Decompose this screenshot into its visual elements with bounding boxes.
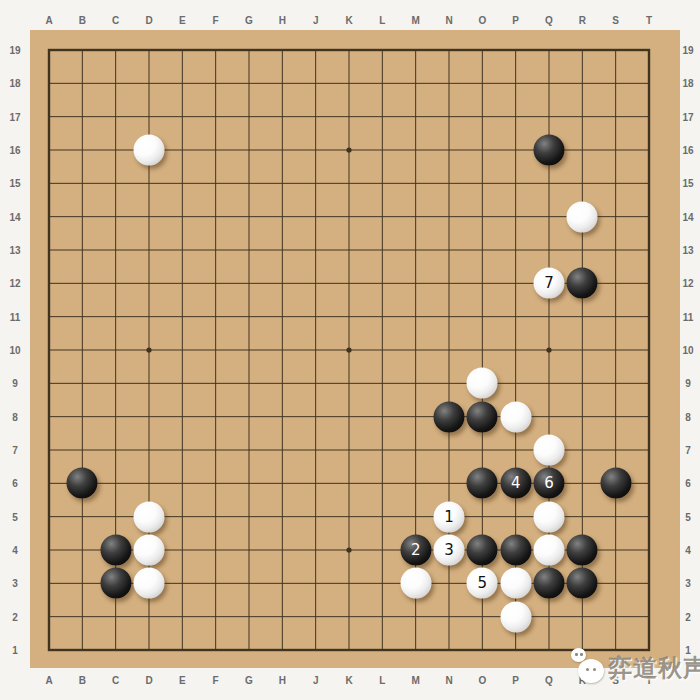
white-stone-N5: 1 (434, 501, 465, 532)
col-label-top-O: O (478, 15, 486, 26)
watermark-text: 弈道秋声 (608, 652, 700, 684)
row-label-right-3: 3 (685, 578, 691, 589)
white-stone-O9 (467, 368, 498, 399)
black-stone-M4: 2 (400, 535, 431, 566)
col-label-bottom-L: L (379, 675, 385, 686)
white-stone-Q7 (534, 435, 565, 466)
black-stone-Q6: 6 (534, 468, 565, 499)
col-label-top-P: P (512, 15, 519, 26)
black-stone-S6 (600, 468, 631, 499)
white-stone-P8 (500, 401, 531, 432)
col-label-top-G: G (245, 15, 253, 26)
col-label-top-K: K (345, 15, 352, 26)
black-stone-O8 (467, 401, 498, 432)
col-label-top-M: M (411, 15, 419, 26)
row-label-left-2: 2 (12, 611, 18, 622)
black-stone-O6 (467, 468, 498, 499)
col-label-top-S: S (612, 15, 619, 26)
white-stone-M3 (400, 568, 431, 599)
row-label-right-4: 4 (685, 545, 691, 556)
row-label-right-10: 10 (682, 345, 693, 356)
col-label-top-A: A (45, 15, 52, 26)
col-label-bottom-J: J (313, 675, 319, 686)
row-label-right-6: 6 (685, 478, 691, 489)
white-stone-Q12: 7 (534, 268, 565, 299)
white-stone-P3 (500, 568, 531, 599)
col-label-bottom-E: E (179, 675, 186, 686)
move-number-1: 1 (444, 509, 454, 524)
col-label-bottom-H: H (279, 675, 286, 686)
go-diagram-page: ABCDEFGHJKLMNOPQRST ABCDEFGHJKLMNOPQRST … (0, 0, 700, 700)
row-label-right-5: 5 (685, 511, 691, 522)
watermark: 弈道秋声 (570, 646, 700, 690)
col-label-bottom-Q: Q (545, 675, 553, 686)
row-label-left-17: 17 (9, 111, 20, 122)
row-label-left-15: 15 (9, 178, 20, 189)
col-label-top-H: H (279, 15, 286, 26)
wechat-bubble-big-icon (578, 659, 604, 683)
row-label-right-19: 19 (682, 45, 693, 56)
col-label-top-Q: Q (545, 15, 553, 26)
col-label-top-F: F (213, 15, 219, 26)
white-stone-N4: 3 (434, 535, 465, 566)
row-label-right-9: 9 (685, 378, 691, 389)
col-label-bottom-M: M (411, 675, 419, 686)
black-stone-Q3 (534, 568, 565, 599)
white-stone-D3 (134, 568, 165, 599)
row-label-right-17: 17 (682, 111, 693, 122)
row-label-left-7: 7 (12, 445, 18, 456)
row-label-right-14: 14 (682, 211, 693, 222)
row-label-left-12: 12 (9, 278, 20, 289)
col-label-bottom-O: O (478, 675, 486, 686)
black-stone-P6: 4 (500, 468, 531, 499)
col-label-top-T: T (646, 15, 652, 26)
col-label-bottom-K: K (345, 675, 352, 686)
col-label-bottom-A: A (45, 675, 52, 686)
row-label-left-3: 3 (12, 578, 18, 589)
row-label-left-5: 5 (12, 511, 18, 522)
row-label-right-7: 7 (685, 445, 691, 456)
row-label-left-13: 13 (9, 245, 20, 256)
black-stone-N8 (434, 401, 465, 432)
white-stone-P2 (500, 601, 531, 632)
row-label-left-9: 9 (12, 378, 18, 389)
move-number-7: 7 (544, 276, 554, 291)
black-stone-B6 (67, 468, 98, 499)
col-label-top-D: D (145, 15, 152, 26)
col-label-bottom-F: F (213, 675, 219, 686)
col-label-bottom-B: B (79, 675, 86, 686)
move-number-6: 6 (544, 476, 554, 491)
row-label-right-12: 12 (682, 278, 693, 289)
col-label-bottom-D: D (145, 675, 152, 686)
wechat-icon (570, 646, 608, 690)
move-number-2: 2 (411, 543, 421, 558)
row-label-left-6: 6 (12, 478, 18, 489)
white-stone-D16 (134, 135, 165, 166)
row-label-right-15: 15 (682, 178, 693, 189)
row-label-right-18: 18 (682, 78, 693, 89)
white-stone-Q5 (534, 501, 565, 532)
row-label-left-14: 14 (9, 211, 20, 222)
col-label-top-E: E (179, 15, 186, 26)
col-label-bottom-N: N (445, 675, 452, 686)
col-label-top-N: N (445, 15, 452, 26)
white-stone-D5 (134, 501, 165, 532)
white-stone-Q4 (534, 535, 565, 566)
move-number-5: 5 (478, 576, 488, 591)
row-label-right-8: 8 (685, 411, 691, 422)
row-label-right-16: 16 (682, 145, 693, 156)
col-label-top-B: B (79, 15, 86, 26)
row-label-left-4: 4 (12, 545, 18, 556)
row-label-left-8: 8 (12, 411, 18, 422)
black-stone-C3 (100, 568, 131, 599)
black-stone-R4 (567, 535, 598, 566)
row-label-right-2: 2 (685, 611, 691, 622)
black-stone-Q16 (534, 135, 565, 166)
black-stone-R3 (567, 568, 598, 599)
row-label-left-1: 1 (12, 645, 18, 656)
col-label-top-J: J (313, 15, 319, 26)
row-label-right-13: 13 (682, 245, 693, 256)
row-label-left-11: 11 (10, 311, 21, 322)
col-label-bottom-G: G (245, 675, 253, 686)
black-stone-P4 (500, 535, 531, 566)
row-label-right-11: 11 (683, 311, 694, 322)
white-stone-R14 (567, 201, 598, 232)
row-label-left-16: 16 (9, 145, 20, 156)
col-label-top-R: R (579, 15, 586, 26)
black-stone-C4 (100, 535, 131, 566)
col-label-top-C: C (112, 15, 119, 26)
row-label-left-10: 10 (9, 345, 20, 356)
move-number-3: 3 (444, 543, 454, 558)
col-label-bottom-C: C (112, 675, 119, 686)
col-label-top-L: L (379, 15, 385, 26)
move-number-4: 4 (511, 476, 521, 491)
black-stone-R12 (567, 268, 598, 299)
white-stone-O3: 5 (467, 568, 498, 599)
white-stone-D4 (134, 535, 165, 566)
col-label-bottom-P: P (512, 675, 519, 686)
black-stone-O4 (467, 535, 498, 566)
row-label-left-18: 18 (9, 78, 20, 89)
row-label-left-19: 19 (9, 45, 20, 56)
